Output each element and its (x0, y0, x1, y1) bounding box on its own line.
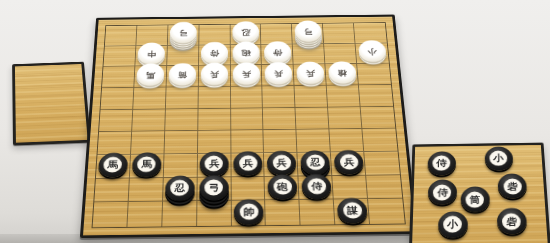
piece-glyph: 馬 (107, 160, 118, 169)
piece-label-disc: 忍 (306, 155, 325, 171)
piece-label-disc: 弓 (205, 180, 224, 196)
black-piece-兵[interactable]: 兵 (200, 151, 229, 176)
piece-glyph: 忍 (310, 158, 321, 167)
piece-label-disc: 兵 (205, 156, 223, 172)
piece-glyph: 砲 (277, 182, 288, 191)
gungi-photo-scene: 弓忍弓中侍砲侍小馬筒兵兵兵兵槍馬馬兵兵兵忍兵忍弓砲侍帥謀 侍小侍筒砦小砦 (0, 0, 550, 243)
piece-glyph: 馬 (145, 71, 154, 78)
piece-label-disc: 侍 (433, 184, 451, 200)
black-piece-兵[interactable]: 兵 (334, 150, 365, 175)
black-piece-砦[interactable]: 砦 (498, 174, 528, 199)
piece-label-disc: 砲 (273, 179, 292, 195)
piece-glyph: 侍 (273, 49, 282, 56)
piece-label-disc: 兵 (272, 155, 291, 171)
piece-label-disc: 忍 (170, 180, 189, 196)
white-piece-侍[interactable]: 侍 (201, 42, 228, 64)
black-piece-砦[interactable]: 砦 (496, 208, 527, 235)
black-piece-砲[interactable]: 砲 (267, 174, 297, 199)
black-piece-忍[interactable]: 忍 (165, 175, 195, 201)
piece-glyph: 兵 (274, 70, 283, 77)
black-piece-侍[interactable]: 侍 (301, 174, 332, 199)
piece-label-disc: 砦 (503, 178, 522, 194)
piece-glyph: 馬 (141, 160, 152, 169)
piece-glyph: 兵 (243, 159, 254, 168)
piece-label-disc: 馬 (103, 157, 122, 173)
white-piece-中[interactable]: 中 (137, 43, 165, 65)
piece-glyph: 兵 (343, 158, 354, 167)
piece-label-disc: 小 (490, 151, 508, 166)
piece-glyph: 兵 (276, 158, 287, 167)
white-piece-兵[interactable]: 兵 (265, 62, 293, 84)
board-pieces: 弓忍弓中侍砲侍小馬筒兵兵兵兵槍馬馬兵兵兵忍兵忍弓砲侍帥謀 (92, 22, 406, 228)
piece-glyph: 小 (493, 154, 504, 163)
piece-glyph: 兵 (210, 70, 219, 77)
white-piece-筒[interactable]: 筒 (168, 63, 196, 85)
black-piece-兵[interactable]: 兵 (267, 151, 297, 176)
piece-glyph: 侍 (437, 188, 448, 197)
piece-glyph: 砲 (242, 49, 251, 56)
piece-glyph: 兵 (242, 70, 251, 77)
piece-label-disc: 筒 (466, 192, 485, 208)
piece-glyph: 謀 (347, 206, 359, 216)
black-piece-侍[interactable]: 侍 (428, 180, 457, 206)
piece-glyph: 筒 (178, 71, 187, 78)
white-piece-弓[interactable]: 弓 (295, 21, 323, 42)
piece-glyph: 小 (447, 220, 458, 230)
white-piece-砲[interactable]: 砲 (232, 42, 259, 64)
piece-label-disc: 砦 (502, 213, 521, 230)
black-piece-馬[interactable]: 馬 (131, 152, 161, 177)
piece-glyph: 筒 (470, 195, 481, 205)
piece-glyph: 砦 (506, 217, 517, 227)
white-piece-槍[interactable]: 槍 (328, 62, 357, 84)
piece-glyph: 弓 (179, 29, 188, 36)
white-piece-忍[interactable]: 忍 (232, 22, 259, 43)
piece-label-disc: 小 (443, 216, 462, 233)
white-reserve-pieces (15, 64, 88, 143)
piece-glyph: 忍 (174, 183, 185, 192)
black-piece-小[interactable]: 小 (484, 147, 513, 171)
black-piece-筒[interactable]: 筒 (461, 187, 490, 213)
black-piece-謀[interactable]: 謀 (337, 197, 368, 223)
piece-label-disc: 兵 (339, 154, 358, 170)
piece-glyph: 帥 (243, 207, 254, 217)
black-piece-馬[interactable]: 馬 (97, 153, 127, 178)
piece-glyph: 侍 (436, 159, 446, 168)
piece-label-disc: 馬 (137, 157, 156, 173)
white-piece-馬[interactable]: 馬 (136, 64, 164, 86)
piece-glyph: 砦 (507, 182, 518, 191)
piece-label-disc: 兵 (239, 155, 258, 171)
piece-glyph: 兵 (306, 69, 316, 76)
piece-glyph: 弓 (304, 28, 313, 35)
white-piece-兵[interactable]: 兵 (201, 63, 229, 85)
piece-glyph: 槍 (338, 69, 348, 76)
white-piece-弓[interactable]: 弓 (169, 22, 196, 43)
black-piece-小[interactable]: 小 (438, 211, 468, 238)
black-piece-弓[interactable]: 弓 (199, 175, 228, 200)
black-piece-侍[interactable]: 侍 (427, 151, 455, 175)
black-piece-兵[interactable]: 兵 (233, 151, 262, 176)
piece-glyph: 侍 (210, 49, 219, 56)
piece-glyph: 小 (368, 48, 378, 55)
piece-glyph: 侍 (311, 182, 322, 191)
white-piece-小[interactable]: 小 (358, 40, 387, 62)
black-piece-帥[interactable]: 帥 (234, 199, 264, 225)
piece-glyph: 兵 (209, 159, 220, 168)
gungi-main-board: 弓忍弓中侍砲侍小馬筒兵兵兵兵槍馬馬兵兵兵忍兵忍弓砲侍帥謀 (80, 15, 418, 239)
black-reserve-pieces: 侍小侍筒砦小砦 (412, 145, 548, 243)
white-reserve-tray (12, 62, 91, 146)
piece-glyph: 中 (146, 50, 155, 57)
piece-label-disc: 謀 (343, 202, 363, 219)
white-piece-兵[interactable]: 兵 (296, 62, 325, 84)
white-piece-侍[interactable]: 侍 (264, 41, 292, 63)
piece-label-disc: 帥 (239, 203, 258, 220)
piece-glyph: 忍 (241, 29, 250, 36)
piece-label-disc: 侍 (307, 178, 326, 194)
piece-label-disc: 侍 (432, 155, 450, 171)
black-reserve-tray: 侍小侍筒砦小砦 (409, 143, 550, 243)
black-piece-忍[interactable]: 忍 (300, 150, 330, 175)
piece-glyph: 弓 (209, 183, 220, 192)
white-piece-兵[interactable]: 兵 (233, 63, 261, 85)
